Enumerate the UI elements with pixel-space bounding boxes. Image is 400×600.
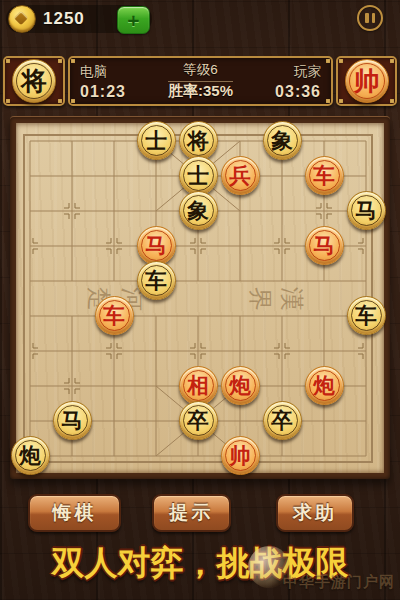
piece-black-炮[interactable]: 炮: [9, 438, 51, 473]
piece-red-马[interactable]: 马: [135, 228, 177, 263]
piece-black-马[interactable]: 马: [345, 193, 387, 228]
red-player-name: 玩家: [233, 63, 321, 81]
pause-button[interactable]: [357, 5, 383, 31]
red-player-badge: 帅: [336, 56, 397, 106]
piece-black-卒[interactable]: 卒: [261, 403, 303, 438]
undo-button[interactable]: 悔棋: [28, 494, 121, 532]
piece-red-炮[interactable]: 炮: [303, 368, 345, 403]
plus-icon: +: [127, 10, 139, 31]
black-general-badge-piece: 将: [12, 59, 56, 103]
piece-black-象[interactable]: 象: [177, 193, 219, 228]
add-coins-button[interactable]: +: [117, 6, 150, 34]
piece-red-车[interactable]: 车: [303, 158, 345, 193]
piece-black-士[interactable]: 士: [177, 158, 219, 193]
piece-black-象[interactable]: 象: [261, 123, 303, 158]
black-player-name: 电脑: [80, 63, 168, 81]
piece-red-马[interactable]: 马: [303, 228, 345, 263]
piece-black-车[interactable]: 车: [345, 298, 387, 333]
pieces-layer: 士将象士兵车象马马马车车车相炮炮马卒卒炮帅: [9, 123, 387, 473]
pause-icon: [365, 13, 369, 23]
piece-red-相[interactable]: 相: [177, 368, 219, 403]
coin-pill: 1250 +: [6, 5, 152, 33]
watermark-text: 中华手游门户网: [283, 573, 395, 592]
pause-icon: [372, 13, 376, 23]
black-player-badge: 将: [3, 56, 65, 106]
red-general-badge-piece: 帅: [345, 59, 389, 103]
piece-red-车[interactable]: 车: [93, 298, 135, 333]
piece-black-车[interactable]: 车: [135, 263, 177, 298]
help-button[interactable]: 求助: [276, 494, 354, 532]
black-player-clock: 01:23: [80, 83, 168, 101]
win-rate-label: 胜率:35%: [168, 82, 233, 101]
piece-black-将[interactable]: 将: [177, 123, 219, 158]
coin-amount: 1250: [43, 9, 85, 29]
red-player-clock: 03:36: [233, 83, 321, 101]
hint-button[interactable]: 提示: [152, 494, 231, 532]
piece-red-帅[interactable]: 帅: [219, 438, 261, 473]
coin-icon: [8, 5, 36, 33]
match-info-panel: 电脑 等级6 玩家 01:23 胜率:35% 03:36: [68, 56, 333, 106]
piece-red-兵[interactable]: 兵: [219, 158, 261, 193]
level-label: 等级6: [168, 61, 233, 82]
piece-red-炮[interactable]: 炮: [219, 368, 261, 403]
piece-black-卒[interactable]: 卒: [177, 403, 219, 438]
xiangqi-app: 1250 + 将 电脑 等级6 玩家 01:23 胜率:35% 03:36 帅: [0, 0, 400, 600]
piece-black-马[interactable]: 马: [51, 403, 93, 438]
piece-black-士[interactable]: 士: [135, 123, 177, 158]
